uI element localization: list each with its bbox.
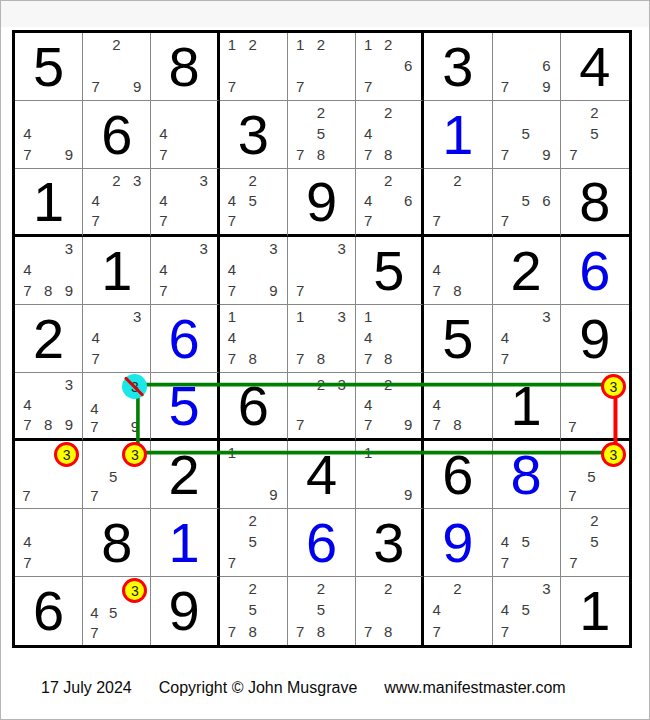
eliminated-candidate-circle: 3 (122, 374, 147, 399)
candidate-slot: 5 (584, 123, 605, 144)
candidate-slot: 9 (536, 144, 557, 165)
candidate-slot (242, 463, 263, 484)
given-digit: 3 (220, 101, 287, 168)
candidate-slot (495, 102, 516, 123)
candidate-slot: 1 (358, 306, 378, 327)
candidate-slot (398, 348, 418, 369)
candidate-slot (358, 484, 378, 505)
candidate-slot (495, 34, 516, 55)
candidate-slot: 7 (495, 211, 516, 231)
candidate-slot: 2 (242, 510, 263, 531)
candidate-slot: 4 (17, 259, 38, 280)
cell-r3c5: 9 (288, 169, 356, 237)
candidate-slot: 2 (242, 34, 263, 55)
cell-r1c7: 3 (424, 33, 492, 101)
candidate-slot: 8 (311, 348, 332, 369)
candidate-slot (106, 190, 127, 210)
candidate-slot (378, 55, 398, 76)
candidate-slot: 4 (495, 531, 516, 552)
candidate-slot (515, 510, 536, 531)
candidate-slot: 3 (331, 238, 352, 259)
given-digit: 1 (15, 169, 82, 234)
candidate-slot (378, 211, 398, 231)
candidate-slot: 9 (58, 144, 79, 165)
candidate-slot (563, 374, 582, 399)
candidate-slot (290, 394, 311, 414)
solved-digit: 9 (424, 509, 491, 576)
candidate-slot (515, 348, 536, 369)
candidate-slot (38, 144, 59, 165)
candidate-slot: 8 (311, 144, 332, 165)
candidate-slot (263, 34, 284, 55)
candidate-slot: 1 (222, 34, 243, 55)
candidate-slot (378, 306, 398, 327)
candidate-slot (447, 190, 468, 210)
candidate-slot (515, 211, 536, 231)
candidate-slot (127, 190, 148, 210)
candidate-slot (536, 123, 557, 144)
candidate-slot (17, 442, 36, 467)
cell-r2c9: 257 (561, 101, 629, 169)
cell-r7c6: 19 (356, 441, 424, 509)
candidate-slot: 7 (495, 621, 516, 642)
cell-r6c5: 237 (288, 373, 356, 441)
candidate-slot (563, 531, 584, 552)
candidate-slot (85, 34, 106, 55)
candidate-slot (17, 238, 38, 259)
candidate-slot (263, 621, 284, 642)
cell-r9c4: 2578 (220, 577, 288, 645)
cell-r9c6: 278 (356, 577, 424, 645)
candidate-slot (378, 123, 398, 144)
candidate-slot (36, 467, 55, 486)
candidate-slot: 3 (58, 238, 79, 259)
cell-r3c9: 8 (561, 169, 629, 237)
candidate-slot (38, 394, 59, 414)
candidate-slot: 4 (85, 190, 106, 210)
cell-r6c6: 2479 (356, 373, 424, 441)
candidate-slot (153, 170, 173, 190)
candidate-slot: 4 (222, 259, 243, 280)
candidate-slot (311, 259, 332, 280)
cell-r9c7: 247 (424, 577, 492, 645)
cell-r1c5: 127 (288, 33, 356, 101)
given-digit: 6 (220, 373, 287, 438)
cell-r3c7: 27 (424, 169, 492, 237)
candidate-slot (17, 102, 38, 123)
candidate-slot (263, 463, 284, 484)
candidate-slot (358, 170, 378, 190)
candidate-slot: 5 (584, 531, 605, 552)
candidate-slot: 7 (290, 280, 311, 301)
candidate-slot: 7 (563, 486, 582, 505)
candidate-slot: 3 (54, 442, 79, 467)
candidate-slot (104, 486, 123, 505)
candidate-slot (398, 306, 418, 327)
candidate-slot (242, 211, 263, 231)
cell-r2c4: 3 (220, 101, 288, 169)
candidate-slot (563, 399, 582, 417)
candidate-slot: 7 (358, 348, 378, 369)
given-digit: 9 (561, 305, 629, 372)
cell-r5c6: 1478 (356, 305, 424, 373)
cell-r2c2: 6 (83, 101, 151, 169)
candidate-grid: 478 (426, 374, 488, 435)
cell-r2c5: 2578 (288, 101, 356, 169)
candidate-slot: 9 (263, 280, 284, 301)
candidate-grid: 257 (563, 102, 626, 165)
candidate-slot: 5 (104, 467, 123, 486)
candidate-slot (398, 327, 418, 348)
candidate-grid: 27 (426, 170, 488, 231)
candidate-slot: 7 (495, 144, 516, 165)
candidate-slot (398, 463, 418, 484)
candidate-slot (495, 306, 516, 327)
candidate-slot: 8 (378, 348, 398, 369)
candidate-slot (290, 238, 311, 259)
candidate-slot (468, 259, 489, 280)
candidate-slot (242, 327, 263, 348)
cell-r3c1: 1 (15, 169, 83, 237)
solved-digit: 1 (151, 509, 216, 576)
candidate-slot (515, 76, 536, 97)
candidate-slot (174, 280, 194, 301)
candidate-slot (398, 34, 418, 55)
candidate-slot: 8 (242, 348, 263, 369)
candidate-grid: 2578 (290, 578, 352, 642)
cell-r5c8: 347 (493, 305, 561, 373)
chain-candidate-circle: 3 (122, 578, 147, 603)
candidate-slot: 7 (290, 621, 311, 642)
candidate-slot: 7 (358, 144, 378, 165)
candidate-slot (398, 394, 418, 414)
candidate-slot (447, 599, 468, 620)
candidate-slot: 3 (601, 374, 626, 399)
candidate-slot: 2 (311, 578, 332, 599)
candidate-slot (194, 259, 214, 280)
candidate-grid: 257 (563, 510, 626, 573)
candidate-slot (263, 211, 284, 231)
candidate-slot: 8 (38, 415, 59, 435)
candidate-slot: 7 (153, 280, 173, 301)
candidate-slot (358, 55, 378, 76)
candidate-slot: 7 (426, 211, 447, 231)
candidate-slot: 7 (17, 144, 38, 165)
candidate-slot (242, 552, 263, 573)
candidate-slot (426, 374, 447, 394)
candidate-slot (331, 578, 352, 599)
footer-website-link[interactable]: www.manifestmaster.com (384, 679, 565, 697)
candidate-slot: 2 (242, 578, 263, 599)
cell-r5c1: 2 (15, 305, 83, 373)
candidate-slot (515, 144, 536, 165)
candidate-slot: 6 (536, 190, 557, 210)
candidate-slot: 5 (242, 599, 263, 620)
candidate-grid: 2467 (358, 170, 418, 231)
candidate-slot (58, 102, 79, 123)
given-digit: 6 (424, 441, 491, 508)
candidate-slot (85, 306, 106, 327)
candidate-slot (515, 34, 536, 55)
candidate-slot (290, 578, 311, 599)
candidate-slot (242, 55, 263, 76)
candidate-slot: 7 (17, 280, 38, 301)
given-digit: 9 (288, 169, 355, 234)
candidate-grid: 347 (153, 238, 213, 301)
cell-r6c7: 478 (424, 373, 492, 441)
candidate-grid: 2478 (358, 102, 418, 165)
candidate-grid: 567 (495, 170, 557, 231)
candidate-slot: 2 (584, 510, 605, 531)
candidate-slot (601, 467, 626, 486)
candidate-slot (311, 76, 332, 97)
page: 5279812712712673679447964732578247815792… (0, 0, 650, 720)
candidate-slot: 7 (85, 211, 106, 231)
candidate-slot: 4 (358, 394, 378, 414)
candidate-slot (222, 510, 243, 531)
candidate-slot: 7 (495, 552, 516, 573)
cell-r4c6: 5 (356, 237, 424, 305)
candidate-slot (584, 552, 605, 573)
candidate-grid: 47 (153, 102, 213, 165)
candidate-slot: 9 (536, 76, 557, 97)
cell-r3c6: 2467 (356, 169, 424, 237)
candidate-slot: 6 (398, 55, 418, 76)
candidate-slot (426, 578, 447, 599)
candidate-slot (174, 238, 194, 259)
candidate-slot: 5 (515, 531, 536, 552)
candidate-slot (85, 55, 106, 76)
candidate-slot: 7 (222, 552, 243, 573)
candidate-slot (106, 76, 127, 97)
candidate-slot: 2 (447, 578, 468, 599)
candidate-slot (378, 442, 398, 463)
candidate-slot (447, 394, 468, 414)
candidate-slot: 8 (447, 415, 468, 435)
candidate-slot (38, 123, 59, 144)
candidate-slot: 7 (290, 348, 311, 369)
candidate-slot (174, 102, 194, 123)
candidate-slot (85, 374, 104, 399)
candidate-slot (122, 603, 147, 623)
candidate-slot (58, 510, 79, 531)
candidate-slot (104, 442, 123, 467)
cell-r8c4: 257 (220, 509, 288, 577)
candidate-slot (127, 211, 148, 231)
candidate-slot (331, 415, 352, 435)
cell-r1c2: 279 (83, 33, 151, 101)
candidate-slot: 5 (242, 531, 263, 552)
candidate-slot: 5 (311, 599, 332, 620)
candidate-slot (398, 144, 418, 165)
candidate-slot (331, 280, 352, 301)
candidate-slot (605, 531, 626, 552)
candidate-grid: 127 (222, 34, 284, 97)
candidate-slot (290, 123, 311, 144)
candidate-slot: 9 (398, 415, 418, 435)
candidate-slot (263, 348, 284, 369)
candidate-slot (398, 374, 418, 394)
candidate-slot (311, 306, 332, 327)
candidate-slot (242, 76, 263, 97)
cell-r6c4: 6 (220, 373, 288, 441)
given-digit: 2 (493, 237, 560, 304)
candidate-slot (426, 190, 447, 210)
candidate-slot: 1 (358, 34, 378, 55)
given-digit: 4 (288, 441, 355, 508)
candidate-slot (263, 306, 284, 327)
candidate-slot: 4 (426, 394, 447, 414)
candidate-slot (58, 123, 79, 144)
candidate-slot (85, 170, 106, 190)
candidate-slot (468, 621, 489, 642)
candidate-grid: 278 (358, 578, 418, 642)
candidate-slot: 7 (563, 417, 582, 435)
candidate-slot (331, 102, 352, 123)
candidate-slot: 7 (358, 211, 378, 231)
candidate-grid: 2347 (85, 170, 147, 231)
candidate-slot (222, 463, 243, 484)
cell-r8c1: 47 (15, 509, 83, 577)
candidate-slot: 5 (311, 123, 332, 144)
candidate-slot (582, 442, 601, 467)
cell-r5c2: 347 (83, 305, 151, 373)
candidate-slot: 8 (378, 621, 398, 642)
candidate-slot (242, 280, 263, 301)
cell-r6c9: 37 (561, 373, 629, 441)
candidate-slot (536, 348, 557, 369)
candidate-slot (563, 123, 584, 144)
candidate-slot (36, 442, 55, 467)
candidate-slot (85, 578, 104, 603)
candidate-slot (468, 599, 489, 620)
candidate-slot (515, 306, 536, 327)
candidate-slot (222, 531, 243, 552)
cell-r8c7: 9 (424, 509, 492, 577)
candidate-slot (263, 76, 284, 97)
candidate-slot (398, 123, 418, 144)
candidate-slot (495, 510, 516, 531)
candidate-slot (447, 259, 468, 280)
candidate-grid: 257 (222, 510, 284, 573)
candidate-slot (153, 238, 173, 259)
candidate-slot (582, 399, 601, 417)
candidate-slot: 2 (378, 170, 398, 190)
candidate-slot (222, 170, 243, 190)
candidate-slot (122, 399, 147, 417)
candidate-grid: 2578 (290, 102, 352, 165)
given-digit: 2 (151, 441, 216, 508)
candidate-slot (331, 327, 352, 348)
cell-r9c5: 2578 (288, 577, 356, 645)
candidate-slot (153, 102, 173, 123)
candidate-slot: 4 (85, 399, 104, 417)
cell-r6c3: 5 (151, 373, 219, 441)
candidate-slot: 7 (290, 144, 311, 165)
candidate-grid: 34789 (17, 238, 79, 301)
candidate-slot (468, 578, 489, 599)
candidate-slot: 2 (311, 34, 332, 55)
candidate-slot: 4 (222, 190, 243, 210)
candidate-slot (398, 578, 418, 599)
candidate-slot (331, 123, 352, 144)
candidate-slot: 4 (358, 123, 378, 144)
cell-r7c7: 6 (424, 441, 492, 509)
candidate-slot (447, 238, 468, 259)
candidate-slot: 7 (563, 552, 584, 573)
candidate-slot (495, 190, 516, 210)
cell-r2c6: 2478 (356, 101, 424, 169)
cell-r8c2: 8 (83, 509, 151, 577)
candidate-slot: 5 (515, 190, 536, 210)
candidate-slot: 7 (17, 552, 38, 573)
candidate-slot (194, 280, 214, 301)
candidate-slot (331, 259, 352, 280)
candidate-slot (222, 599, 243, 620)
given-digit: 6 (15, 577, 82, 645)
candidate-slot (194, 190, 214, 210)
candidate-slot: 2 (378, 578, 398, 599)
candidate-slot (290, 102, 311, 123)
candidate-grid: 1378 (290, 306, 352, 369)
candidate-slot (515, 621, 536, 642)
candidate-slot (358, 578, 378, 599)
candidate-slot (358, 599, 378, 620)
candidate-slot (17, 374, 38, 394)
candidate-slot: 4 (426, 259, 447, 280)
cell-r5c5: 1378 (288, 305, 356, 373)
candidate-slot: 1 (222, 306, 243, 327)
candidate-slot (311, 55, 332, 76)
candidate-slot (468, 211, 489, 231)
candidate-grid: 347 (153, 170, 213, 231)
cell-r4c9: 6 (561, 237, 629, 305)
candidate-grid: 37 (17, 442, 79, 505)
cell-r6c1: 34789 (15, 373, 83, 441)
cell-r7c9: 357 (561, 441, 629, 509)
cell-r6c2: 3479 (83, 373, 151, 441)
cell-r9c3: 9 (151, 577, 219, 645)
candidate-slot: 2 (242, 170, 263, 190)
given-digit: 1 (493, 373, 560, 438)
candidate-slot (174, 170, 194, 190)
candidate-slot (358, 374, 378, 394)
cell-r1c9: 4 (561, 33, 629, 101)
candidate-slot: 3 (194, 170, 214, 190)
candidate-slot (331, 599, 352, 620)
cell-r3c8: 567 (493, 169, 561, 237)
candidate-slot: 7 (358, 621, 378, 642)
candidate-slot (536, 621, 557, 642)
cell-r5c7: 5 (424, 305, 492, 373)
candidate-slot (194, 144, 214, 165)
candidate-slot (398, 211, 418, 231)
candidate-slot (468, 170, 489, 190)
candidate-slot (290, 55, 311, 76)
candidate-slot (331, 34, 352, 55)
candidate-slot (85, 467, 104, 486)
candidate-slot (311, 394, 332, 414)
chain-candidate-circle: 3 (122, 442, 147, 467)
candidate-slot: 4 (17, 531, 38, 552)
solved-digit: 6 (288, 509, 355, 576)
candidate-grid: 37 (290, 238, 352, 301)
cell-r1c3: 8 (151, 33, 219, 101)
cell-r6c8: 1 (493, 373, 561, 441)
given-digit: 4 (561, 33, 629, 100)
candidate-slot (426, 170, 447, 190)
candidate-slot (331, 394, 352, 414)
